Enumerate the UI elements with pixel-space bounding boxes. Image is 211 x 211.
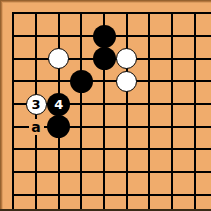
board-cell xyxy=(93,161,116,184)
board-cell xyxy=(70,25,93,48)
board-cell xyxy=(115,2,138,25)
board-cell xyxy=(161,183,184,206)
board-cell xyxy=(47,138,70,161)
board-cell xyxy=(25,25,48,48)
board-cell xyxy=(47,161,70,184)
board-cell xyxy=(70,93,93,116)
board-cell xyxy=(183,138,206,161)
board-cut-edge-bottom xyxy=(0,209,211,211)
board-cell xyxy=(93,70,116,93)
board-cell xyxy=(47,70,70,93)
board-cell xyxy=(47,183,70,206)
board-cell xyxy=(161,138,184,161)
board-cell xyxy=(183,2,206,25)
board-cell: a xyxy=(25,115,48,138)
board-cell xyxy=(70,115,93,138)
board-cell xyxy=(2,138,25,161)
go-board: 34a xyxy=(0,0,211,211)
board-cell xyxy=(70,161,93,184)
board-cell xyxy=(161,70,184,93)
board-cell xyxy=(93,115,116,138)
board-cell xyxy=(2,70,25,93)
board-cell xyxy=(183,115,206,138)
move-number: 3 xyxy=(31,98,40,111)
board-cell xyxy=(138,25,161,48)
board-cell xyxy=(93,138,116,161)
board-cell xyxy=(138,115,161,138)
board-frame-highlight-left xyxy=(2,2,3,211)
board-cell xyxy=(183,161,206,184)
board-frame-outer-edge-left xyxy=(0,0,1,211)
board-cell xyxy=(2,2,25,25)
board-cell xyxy=(70,47,93,70)
black-stone xyxy=(93,47,116,70)
white-stone xyxy=(116,71,137,92)
board-cell xyxy=(93,183,116,206)
board-cell xyxy=(93,2,116,25)
board-cell xyxy=(2,47,25,70)
board-cell xyxy=(25,138,48,161)
board-cell xyxy=(47,115,70,138)
board-cell xyxy=(115,47,138,70)
board-frame-highlight-top xyxy=(2,2,211,3)
white-stone xyxy=(116,48,137,69)
black-stone: 4 xyxy=(47,93,70,116)
black-stone xyxy=(47,115,70,138)
board-cell xyxy=(2,93,25,116)
board-cell xyxy=(2,115,25,138)
board-cell xyxy=(161,2,184,25)
board-cell xyxy=(2,161,25,184)
board-frame-outer-edge-top xyxy=(0,0,211,1)
board-cell: 3 xyxy=(25,93,48,116)
board-cell xyxy=(93,47,116,70)
board-cell xyxy=(183,25,206,48)
board-cell xyxy=(25,70,48,93)
board-cell xyxy=(138,47,161,70)
board-cell xyxy=(161,115,184,138)
board-cell xyxy=(138,2,161,25)
board-cell xyxy=(183,70,206,93)
move-number: 4 xyxy=(54,98,63,111)
board-cell xyxy=(138,70,161,93)
board-cell xyxy=(93,25,116,48)
board-cell xyxy=(138,161,161,184)
board-cell xyxy=(183,183,206,206)
board-cell xyxy=(161,93,184,116)
board-cell xyxy=(115,138,138,161)
board-cell xyxy=(115,70,138,93)
board-cell xyxy=(161,25,184,48)
board-cell xyxy=(25,183,48,206)
board-cell xyxy=(25,2,48,25)
board-cell xyxy=(70,2,93,25)
board-cell xyxy=(47,2,70,25)
point-label-a: a xyxy=(29,119,44,135)
board-cell xyxy=(161,161,184,184)
board-cell xyxy=(115,25,138,48)
board-cell xyxy=(115,161,138,184)
white-stone xyxy=(48,48,69,69)
board-cell xyxy=(2,183,25,206)
black-stone xyxy=(93,25,116,48)
board-cell xyxy=(93,93,116,116)
board-cell xyxy=(115,93,138,116)
board-cell xyxy=(161,47,184,70)
board-cell: 4 xyxy=(47,93,70,116)
board-cell xyxy=(70,70,93,93)
board-grid: 34a xyxy=(2,2,206,206)
board-cell xyxy=(183,93,206,116)
board-cell xyxy=(138,183,161,206)
board-cell xyxy=(25,161,48,184)
board-cell xyxy=(47,25,70,48)
board-cell xyxy=(138,138,161,161)
board-cell xyxy=(70,183,93,206)
board-cell xyxy=(47,47,70,70)
board-cell xyxy=(183,47,206,70)
board-cell xyxy=(25,47,48,70)
black-stone xyxy=(70,70,93,93)
board-cell xyxy=(138,93,161,116)
white-stone: 3 xyxy=(26,94,47,115)
board-cell xyxy=(2,25,25,48)
board-cell xyxy=(115,115,138,138)
board-cell xyxy=(115,183,138,206)
board-cell xyxy=(70,138,93,161)
